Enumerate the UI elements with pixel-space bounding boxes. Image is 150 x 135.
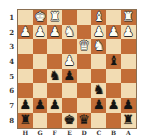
square-f7[interactable]: ♟	[47, 98, 62, 113]
black-rook-a8[interactable]: ♜	[122, 113, 134, 128]
black-pawn-c7[interactable]: ♟	[93, 98, 105, 113]
white-pawn-a2[interactable]: ♟	[122, 25, 134, 40]
square-d5[interactable]	[77, 69, 92, 84]
square-e7[interactable]	[62, 98, 77, 113]
square-f4[interactable]	[47, 54, 62, 69]
white-pawn-b2[interactable]: ♟	[108, 25, 120, 40]
chess-board: ♚♜♝♜♟♟♟♞♟♟♟♛♞♟♝♞♟♞♟♟♟♟♟♟♜♚♛♜	[17, 9, 137, 129]
square-d6[interactable]	[77, 83, 92, 98]
black-bishop-b4[interactable]: ♝	[108, 54, 120, 69]
rank-label-1: 1	[4, 10, 14, 25]
square-c1[interactable]: ♝	[91, 10, 106, 25]
square-d8[interactable]: ♛	[77, 113, 92, 128]
square-e1[interactable]	[62, 10, 77, 25]
black-pawn-h7[interactable]: ♟	[20, 98, 32, 113]
square-h1[interactable]	[18, 10, 33, 25]
file-label-h: H	[18, 129, 33, 135]
black-pawn-f7[interactable]: ♟	[49, 98, 61, 113]
rank-label-6: 6	[4, 84, 14, 99]
square-c7[interactable]: ♟	[91, 98, 106, 113]
square-c8[interactable]	[91, 113, 106, 128]
white-bishop-c1[interactable]: ♝	[93, 10, 105, 25]
square-f8[interactable]	[47, 113, 62, 128]
white-pawn-c2[interactable]: ♟	[93, 25, 105, 40]
square-h5[interactable]	[18, 69, 33, 84]
square-c4[interactable]	[91, 54, 106, 69]
white-pawn-f2[interactable]: ♟	[49, 25, 61, 40]
black-queen-d8[interactable]: ♛	[78, 113, 90, 128]
square-c3[interactable]: ♞	[91, 39, 106, 54]
black-king-e8[interactable]: ♚	[64, 113, 76, 128]
file-label-a: A	[121, 129, 136, 135]
square-e3[interactable]	[62, 39, 77, 54]
square-f5[interactable]: ♞	[47, 69, 62, 84]
file-label-e: E	[62, 129, 77, 135]
square-a2[interactable]: ♟	[121, 25, 136, 40]
square-b7[interactable]: ♟	[106, 98, 121, 113]
square-g6[interactable]	[33, 83, 48, 98]
square-d1[interactable]	[77, 10, 92, 25]
white-rook-a1[interactable]: ♜	[122, 10, 134, 25]
square-a1[interactable]: ♜	[121, 10, 136, 25]
black-rook-h8[interactable]: ♜	[20, 113, 32, 128]
black-pawn-e5[interactable]: ♟	[64, 69, 76, 84]
square-a4[interactable]	[121, 54, 136, 69]
file-label-g: G	[33, 129, 48, 135]
square-b3[interactable]	[106, 39, 121, 54]
rank-label-3: 3	[4, 39, 14, 54]
square-g7[interactable]: ♟	[33, 98, 48, 113]
white-pawn-h2[interactable]: ♟	[20, 25, 32, 40]
white-rook-f1[interactable]: ♜	[49, 10, 61, 25]
square-c5[interactable]	[91, 69, 106, 84]
black-pawn-b7[interactable]: ♟	[108, 98, 120, 113]
rank-label-8: 8	[4, 113, 14, 128]
black-knight-c6[interactable]: ♞	[93, 83, 105, 98]
file-label-b: B	[106, 129, 121, 135]
square-h8[interactable]: ♜	[18, 113, 33, 128]
chess-diagram: ♚♜♝♜♟♟♟♞♟♟♟♛♞♟♝♞♟♞♟♟♟♟♟♟♜♚♛♜ 12345678 HG…	[0, 0, 150, 135]
square-e6[interactable]	[62, 83, 77, 98]
square-d4[interactable]	[77, 54, 92, 69]
white-queen-d3[interactable]: ♛	[78, 39, 90, 54]
square-b4[interactable]: ♝	[106, 54, 121, 69]
white-knight-e2[interactable]: ♞	[64, 25, 76, 40]
square-g4[interactable]	[33, 54, 48, 69]
square-a3[interactable]	[121, 39, 136, 54]
square-f6[interactable]	[47, 83, 62, 98]
square-d3[interactable]: ♛	[77, 39, 92, 54]
square-b2[interactable]: ♟	[106, 25, 121, 40]
white-pawn-e4[interactable]: ♟	[64, 54, 76, 69]
square-e4[interactable]: ♟	[62, 54, 77, 69]
square-c2[interactable]: ♟	[91, 25, 106, 40]
file-label-c: C	[92, 129, 107, 135]
square-g1[interactable]: ♚	[33, 10, 48, 25]
square-h4[interactable]	[18, 54, 33, 69]
rank-label-5: 5	[4, 69, 14, 84]
rank-label-4: 4	[4, 54, 14, 69]
square-h2[interactable]: ♟	[18, 25, 33, 40]
square-h6[interactable]	[18, 83, 33, 98]
square-a6[interactable]	[121, 83, 136, 98]
white-pawn-g2[interactable]: ♟	[34, 25, 46, 40]
square-h3[interactable]	[18, 39, 33, 54]
square-f1[interactable]: ♜	[47, 10, 62, 25]
square-e5[interactable]: ♟	[62, 69, 77, 84]
square-d7[interactable]	[77, 98, 92, 113]
file-label-d: D	[77, 129, 92, 135]
black-pawn-g7[interactable]: ♟	[34, 98, 46, 113]
square-d2[interactable]	[77, 25, 92, 40]
square-b1[interactable]	[106, 10, 121, 25]
square-a5[interactable]	[121, 69, 136, 84]
square-g5[interactable]	[33, 69, 48, 84]
square-b6[interactable]	[106, 83, 121, 98]
file-label-f: F	[47, 129, 62, 135]
square-c6[interactable]: ♞	[91, 83, 106, 98]
white-king-g1[interactable]: ♚	[34, 10, 46, 25]
square-g3[interactable]	[33, 39, 48, 54]
square-g8[interactable]	[33, 113, 48, 128]
square-b5[interactable]	[106, 69, 121, 84]
square-e8[interactable]: ♚	[62, 113, 77, 128]
rank-label-2: 2	[4, 25, 14, 40]
square-g2[interactable]: ♟	[33, 25, 48, 40]
black-pawn-a7[interactable]: ♟	[122, 98, 134, 113]
square-f2[interactable]: ♟	[47, 25, 62, 40]
rank-label-7: 7	[4, 98, 14, 113]
square-b8[interactable]	[106, 113, 121, 128]
square-a8[interactable]: ♜	[121, 113, 136, 128]
white-knight-c3[interactable]: ♞	[93, 39, 105, 54]
square-e2[interactable]: ♞	[62, 25, 77, 40]
square-a7[interactable]: ♟	[121, 98, 136, 113]
square-h7[interactable]: ♟	[18, 98, 33, 113]
black-knight-f5[interactable]: ♞	[49, 69, 61, 84]
square-f3[interactable]	[47, 39, 62, 54]
